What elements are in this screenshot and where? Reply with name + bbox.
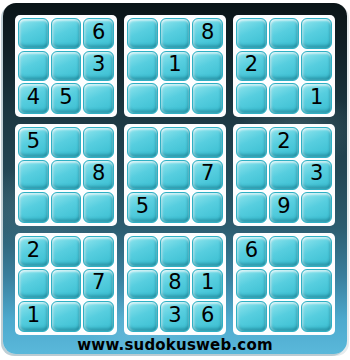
- cell-r8c7[interactable]: [236, 269, 267, 300]
- box-1: 6345: [15, 15, 117, 117]
- cell-r4c8[interactable]: 2: [269, 127, 300, 158]
- given-digit: 3: [168, 305, 181, 326]
- cell-r3c2[interactable]: 5: [51, 83, 82, 114]
- cell-r2c7[interactable]: 2: [236, 51, 267, 82]
- cell-r6c6[interactable]: [192, 192, 223, 223]
- cell-r7c8[interactable]: [269, 236, 300, 267]
- cell-r5c8[interactable]: [269, 160, 300, 191]
- cell-r9c2[interactable]: [51, 301, 82, 332]
- cell-r7c3[interactable]: [83, 236, 114, 267]
- cell-r6c3[interactable]: [83, 192, 114, 223]
- cell-r8c5[interactable]: 8: [160, 269, 191, 300]
- cell-r9c6[interactable]: 6: [192, 301, 223, 332]
- cell-r5c4[interactable]: [127, 160, 158, 191]
- given-digit: 4: [27, 87, 40, 108]
- cell-r6c8[interactable]: 9: [269, 192, 300, 223]
- given-digit: 8: [92, 163, 105, 184]
- cell-r8c9[interactable]: [301, 269, 332, 300]
- cell-r4c1[interactable]: 5: [18, 127, 49, 158]
- cell-r6c2[interactable]: [51, 192, 82, 223]
- given-digit: 3: [310, 163, 323, 184]
- cell-r5c6[interactable]: 7: [192, 160, 223, 191]
- cell-r3c9[interactable]: 1: [301, 83, 332, 114]
- cell-r4c3[interactable]: [83, 127, 114, 158]
- footer-bar: www.sudokusweb.com: [3, 335, 347, 354]
- cell-r7c6[interactable]: [192, 236, 223, 267]
- cell-r4c6[interactable]: [192, 127, 223, 158]
- cell-r1c3[interactable]: 6: [83, 18, 114, 49]
- cell-r7c5[interactable]: [160, 236, 191, 267]
- cell-r4c9[interactable]: [301, 127, 332, 158]
- cell-r2c9[interactable]: [301, 51, 332, 82]
- cell-r1c8[interactable]: [269, 18, 300, 49]
- cell-r3c1[interactable]: 4: [18, 83, 49, 114]
- box-5: 75: [124, 124, 226, 226]
- box-9: 6: [233, 233, 335, 335]
- box-4: 58: [15, 124, 117, 226]
- cell-r2c6[interactable]: [192, 51, 223, 82]
- cell-r2c5[interactable]: 1: [160, 51, 191, 82]
- cell-r4c7[interactable]: [236, 127, 267, 158]
- cell-r1c5[interactable]: [160, 18, 191, 49]
- given-digit: 1: [27, 305, 40, 326]
- given-digit: 1: [168, 54, 181, 75]
- cell-r2c3[interactable]: 3: [83, 51, 114, 82]
- cell-r8c4[interactable]: [127, 269, 158, 300]
- given-digit: 5: [27, 131, 40, 152]
- given-digit: 5: [59, 87, 72, 108]
- given-digit: 7: [201, 163, 214, 184]
- cell-r9c9[interactable]: [301, 301, 332, 332]
- cell-r7c7[interactable]: 6: [236, 236, 267, 267]
- cell-r5c1[interactable]: [18, 160, 49, 191]
- cell-r7c4[interactable]: [127, 236, 158, 267]
- site-url-label: www.sudokusweb.com: [77, 336, 272, 354]
- cell-r6c7[interactable]: [236, 192, 267, 223]
- cell-r8c2[interactable]: [51, 269, 82, 300]
- cell-r7c2[interactable]: [51, 236, 82, 267]
- given-digit: 6: [245, 240, 258, 261]
- given-digit: 3: [92, 54, 105, 75]
- box-7: 271: [15, 233, 117, 335]
- cell-r5c7[interactable]: [236, 160, 267, 191]
- given-digit: 1: [201, 272, 214, 293]
- cell-r9c4[interactable]: [127, 301, 158, 332]
- given-digit: 9: [277, 196, 290, 217]
- cell-r2c1[interactable]: [18, 51, 49, 82]
- given-digit: 6: [92, 22, 105, 43]
- given-digit: 2: [245, 54, 258, 75]
- box-6: 239: [233, 124, 335, 226]
- cell-r1c6[interactable]: 8: [192, 18, 223, 49]
- cell-r6c5[interactable]: [160, 192, 191, 223]
- cell-r8c1[interactable]: [18, 269, 49, 300]
- cell-r4c2[interactable]: [51, 127, 82, 158]
- given-digit: 7: [92, 272, 105, 293]
- cell-r8c8[interactable]: [269, 269, 300, 300]
- cell-r3c5[interactable]: [160, 83, 191, 114]
- cell-r9c5[interactable]: 3: [160, 301, 191, 332]
- cell-r5c9[interactable]: 3: [301, 160, 332, 191]
- board-frame: 63458121587523927181366 www.sudokusweb.c…: [3, 3, 347, 354]
- cell-r4c5[interactable]: [160, 127, 191, 158]
- cell-r3c6[interactable]: [192, 83, 223, 114]
- cell-r9c8[interactable]: [269, 301, 300, 332]
- cell-r6c9[interactable]: [301, 192, 332, 223]
- cell-r1c4[interactable]: [127, 18, 158, 49]
- given-digit: 5: [136, 196, 149, 217]
- box-2: 81: [124, 15, 226, 117]
- cell-r3c7[interactable]: [236, 83, 267, 114]
- given-digit: 2: [277, 131, 290, 152]
- cell-r1c7[interactable]: [236, 18, 267, 49]
- cell-r7c9[interactable]: [301, 236, 332, 267]
- cell-r2c2[interactable]: [51, 51, 82, 82]
- cell-r8c3[interactable]: 7: [83, 269, 114, 300]
- cell-r3c4[interactable]: [127, 83, 158, 114]
- cell-r6c1[interactable]: [18, 192, 49, 223]
- cell-r7c1[interactable]: 2: [18, 236, 49, 267]
- cell-r4c4[interactable]: [127, 127, 158, 158]
- cell-r9c1[interactable]: 1: [18, 301, 49, 332]
- cell-r5c2[interactable]: [51, 160, 82, 191]
- cell-r2c8[interactable]: [269, 51, 300, 82]
- cell-r3c3[interactable]: [83, 83, 114, 114]
- cell-r2c4[interactable]: [127, 51, 158, 82]
- cell-r1c9[interactable]: [301, 18, 332, 49]
- given-digit: 6: [201, 305, 214, 326]
- cell-r8c6[interactable]: 1: [192, 269, 223, 300]
- cell-r5c5[interactable]: [160, 160, 191, 191]
- cell-r3c8[interactable]: [269, 83, 300, 114]
- given-digit: 2: [27, 240, 40, 261]
- box-8: 8136: [124, 233, 226, 335]
- given-digit: 8: [168, 272, 181, 293]
- sudoku-page: 63458121587523927181366 www.sudokusweb.c…: [0, 0, 350, 360]
- box-3: 21: [233, 15, 335, 117]
- given-digit: 8: [201, 22, 214, 43]
- cell-r1c1[interactable]: [18, 18, 49, 49]
- cell-r9c7[interactable]: [236, 301, 267, 332]
- cell-r1c2[interactable]: [51, 18, 82, 49]
- sudoku-board: 63458121587523927181366: [15, 15, 335, 335]
- cell-r6c4[interactable]: 5: [127, 192, 158, 223]
- cell-r9c3[interactable]: [83, 301, 114, 332]
- given-digit: 1: [310, 87, 323, 108]
- cell-r5c3[interactable]: 8: [83, 160, 114, 191]
